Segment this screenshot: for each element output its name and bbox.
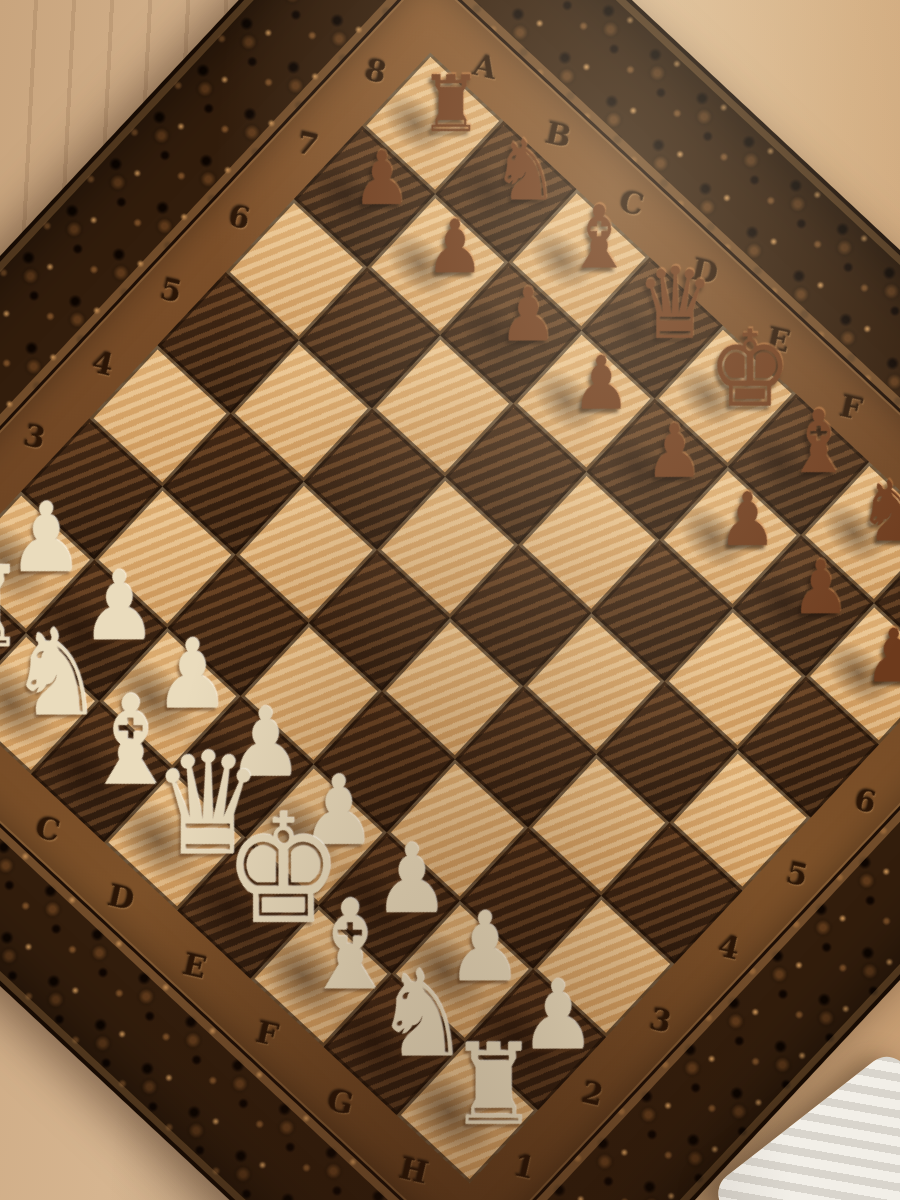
coordinate-label: 4	[715, 927, 743, 966]
coordinate-label: 7	[293, 124, 321, 163]
piece-black-bishop[interactable]: ♝	[784, 399, 853, 486]
coordinate-label: 1	[510, 1146, 538, 1185]
coordinate-label: 5	[783, 854, 811, 893]
chess-board: ABCDEFGH ABCDEFGH 87654321 87654321 ♜♞♝♛…	[0, 0, 900, 1200]
scene: ABCDEFGH ABCDEFGH 87654321 87654321 ♜♞♝♛…	[0, 0, 900, 1200]
piece-black-queen[interactable]: ♛	[636, 254, 714, 353]
coordinate-label: F	[253, 1014, 282, 1053]
piece-black-pawn[interactable]: ♟	[718, 482, 776, 556]
piece-black-pawn[interactable]: ♟	[572, 346, 630, 420]
piece-black-pawn[interactable]: ♟	[352, 141, 410, 215]
piece-black-rook[interactable]: ♜	[420, 65, 482, 143]
coordinate-label: 3	[647, 1000, 675, 1039]
piece-white-rook[interactable]: ♜	[449, 1029, 537, 1141]
coordinate-label: 2	[578, 1073, 606, 1112]
coordinate-label: 6	[851, 781, 879, 820]
piece-black-pawn[interactable]: ♟	[645, 414, 703, 488]
coordinate-label: C	[33, 809, 64, 848]
coordinate-label: D	[105, 877, 138, 917]
coordinate-label: 4	[89, 343, 117, 382]
coordinate-label: H	[396, 1149, 432, 1189]
coordinate-label: 5	[157, 270, 185, 309]
piece-black-knight[interactable]: ♞	[858, 470, 900, 554]
piece-black-pawn[interactable]: ♟	[791, 550, 849, 624]
coordinate-label: 8	[362, 51, 390, 90]
piece-black-bishop[interactable]: ♝	[565, 195, 634, 282]
coordinate-label: E	[180, 945, 210, 984]
piece-black-king[interactable]: ♚	[708, 317, 792, 423]
piece-black-pawn[interactable]: ♟	[499, 277, 557, 351]
coordinate-label: 3	[21, 416, 49, 455]
coordinate-label: 6	[225, 197, 253, 236]
piece-black-pawn[interactable]: ♟	[426, 209, 484, 283]
piece-black-pawn[interactable]: ♟	[864, 618, 900, 692]
coordinate-label: G	[325, 1082, 358, 1122]
piece-black-knight[interactable]: ♞	[492, 129, 558, 213]
